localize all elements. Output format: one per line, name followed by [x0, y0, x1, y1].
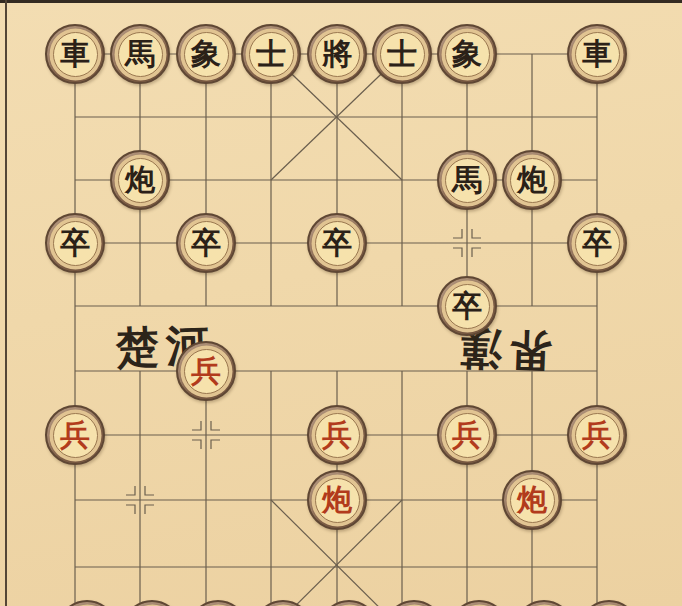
- piece-glyph: 車: [60, 39, 90, 69]
- piece-face: 馬: [118, 32, 163, 77]
- piece-face: 卒: [445, 284, 490, 329]
- piece-face: 卒: [184, 221, 229, 266]
- xiangqi-board: 楚河 漢界 車馬象士將士象車炮馬炮卒卒卒卒卒兵兵兵兵兵炮炮車馬相仕帥仕相馬車: [0, 0, 682, 606]
- piece-glyph: 卒: [582, 228, 612, 258]
- piece-glyph: 兵: [191, 356, 221, 386]
- piece-black-elephant[interactable]: 象: [437, 24, 497, 84]
- piece-face: 兵: [575, 413, 620, 458]
- piece-face: 將: [315, 32, 360, 77]
- piece-black-cannon[interactable]: 炮: [502, 150, 562, 210]
- piece-red-cannon[interactable]: 炮: [502, 470, 562, 530]
- piece-face: 兵: [53, 413, 98, 458]
- piece-glyph: 炮: [322, 485, 352, 515]
- piece-black-general[interactable]: 將: [307, 24, 367, 84]
- piece-face: 象: [184, 32, 229, 77]
- piece-face: 兵: [445, 413, 490, 458]
- piece-glyph: 馬: [452, 165, 482, 195]
- piece-face: 炮: [315, 478, 360, 523]
- piece-face: 卒: [575, 221, 620, 266]
- piece-glyph: 卒: [452, 291, 482, 321]
- piece-face: 士: [380, 32, 425, 77]
- piece-face: 車: [53, 32, 98, 77]
- piece-face: 士: [249, 32, 294, 77]
- piece-black-soldier[interactable]: 卒: [437, 276, 497, 336]
- piece-glyph: 兵: [452, 420, 482, 450]
- piece-black-soldier[interactable]: 卒: [45, 213, 105, 273]
- piece-glyph: 士: [256, 39, 286, 69]
- piece-glyph: 炮: [517, 485, 547, 515]
- piece-black-horse[interactable]: 馬: [437, 150, 497, 210]
- piece-red-soldier[interactable]: 兵: [437, 405, 497, 465]
- piece-face: 炮: [510, 158, 555, 203]
- piece-glyph: 卒: [60, 228, 90, 258]
- piece-glyph: 炮: [125, 165, 155, 195]
- board-top-border: [0, 0, 682, 3]
- piece-red-soldier[interactable]: 兵: [307, 405, 367, 465]
- piece-glyph: 兵: [60, 420, 90, 450]
- piece-face: 卒: [53, 221, 98, 266]
- piece-red-soldier[interactable]: 兵: [567, 405, 627, 465]
- piece-glyph: 卒: [322, 228, 352, 258]
- piece-black-chariot[interactable]: 車: [567, 24, 627, 84]
- piece-face: 象: [445, 32, 490, 77]
- board-left-border: [5, 0, 7, 606]
- piece-glyph: 炮: [517, 165, 547, 195]
- piece-red-cannon[interactable]: 炮: [307, 470, 367, 530]
- piece-black-soldier[interactable]: 卒: [567, 213, 627, 273]
- piece-black-horse[interactable]: 馬: [110, 24, 170, 84]
- piece-black-soldier[interactable]: 卒: [176, 213, 236, 273]
- piece-glyph: 兵: [322, 420, 352, 450]
- piece-face: 卒: [315, 221, 360, 266]
- piece-black-advisor[interactable]: 士: [241, 24, 301, 84]
- river-char: 楚: [115, 318, 167, 378]
- piece-black-elephant[interactable]: 象: [176, 24, 236, 84]
- piece-black-cannon[interactable]: 炮: [110, 150, 170, 210]
- river-char: 界: [501, 320, 553, 380]
- piece-face: 馬: [445, 158, 490, 203]
- piece-glyph: 士: [387, 39, 417, 69]
- piece-glyph: 將: [322, 39, 352, 69]
- piece-black-chariot[interactable]: 車: [45, 24, 105, 84]
- piece-glyph: 車: [582, 39, 612, 69]
- piece-red-soldier[interactable]: 兵: [176, 341, 236, 401]
- piece-face: 兵: [184, 349, 229, 394]
- piece-glyph: 卒: [191, 228, 221, 258]
- piece-glyph: 兵: [582, 420, 612, 450]
- piece-face: 炮: [510, 478, 555, 523]
- piece-red-soldier[interactable]: 兵: [45, 405, 105, 465]
- piece-glyph: 象: [452, 39, 482, 69]
- piece-face: 炮: [118, 158, 163, 203]
- piece-glyph: 象: [191, 39, 221, 69]
- piece-black-advisor[interactable]: 士: [372, 24, 432, 84]
- piece-glyph: 馬: [125, 39, 155, 69]
- piece-face: 車: [575, 32, 620, 77]
- piece-face: 兵: [315, 413, 360, 458]
- piece-black-soldier[interactable]: 卒: [307, 213, 367, 273]
